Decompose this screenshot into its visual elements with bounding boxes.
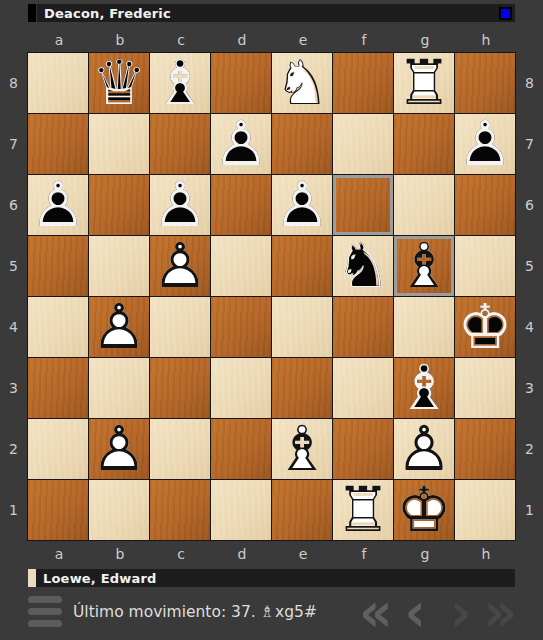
white-pawn-b2[interactable]: ♟♙ [89, 419, 149, 479]
square-c5[interactable]: ♟♙ [150, 236, 210, 296]
square-e1[interactable] [272, 480, 332, 540]
square-a4[interactable] [28, 297, 88, 357]
rank-label-7: 7 [516, 114, 543, 174]
white-pieces-indicator [28, 569, 36, 587]
square-h3[interactable] [455, 358, 515, 418]
file-label-a: a [29, 32, 89, 48]
file-label-g: g [395, 32, 455, 48]
hamburger-icon [28, 596, 62, 603]
square-f1[interactable]: ♜♖ [333, 480, 393, 540]
move-navigation: «‹›» [359, 590, 517, 634]
file-label-c: c [151, 32, 211, 48]
square-d1[interactable] [211, 480, 271, 540]
last-move-status: Último movimiento: 37.♗xg5# [73, 603, 317, 621]
file-labels-top: abcdefgh [29, 28, 516, 52]
square-c6[interactable]: ♟♙ [150, 175, 210, 235]
square-f8[interactable] [333, 53, 393, 113]
black-pieces-indicator [28, 4, 37, 22]
square-e8[interactable]: ♞♘ [272, 53, 332, 113]
square-c3[interactable] [150, 358, 210, 418]
last-move-suffix: xg5# [275, 603, 317, 621]
square-b6[interactable] [89, 175, 149, 235]
square-d5[interactable] [211, 236, 271, 296]
square-g3[interactable]: ♝♗ [394, 358, 454, 418]
square-g6[interactable] [394, 175, 454, 235]
square-f5[interactable]: ♞♘ [333, 236, 393, 296]
rank-label-3: 3 [516, 358, 543, 418]
square-e4[interactable] [272, 297, 332, 357]
square-g8[interactable]: ♜♖ [394, 53, 454, 113]
white-pawn-b4[interactable]: ♟♙ [89, 297, 149, 357]
square-a6[interactable]: ♟♙ [28, 175, 88, 235]
square-g1[interactable]: ♚♔ [394, 480, 454, 540]
chess-game-viewer: Deacon, Frederic abcdefgh 87654321 ♛♕♝♗♞… [0, 0, 543, 640]
chess-board: ♛♕♝♗♞♘♜♖♟♙♟♙♟♙♟♙♟♙♟♙♞♘♝♗♟♙♚♔♝♗♟♙♝♗♟♙♜♖♚♔ [27, 52, 516, 541]
black-pawn-d7[interactable]: ♟♙ [211, 114, 271, 174]
player-bar-bottom: Loewe, Edward [28, 569, 515, 587]
rank-label-6: 6 [516, 175, 543, 235]
square-b4[interactable]: ♟♙ [89, 297, 149, 357]
square-h4[interactable]: ♚♔ [455, 297, 515, 357]
next-move-button[interactable]: › [450, 588, 471, 634]
player-bar-top: Deacon, Frederic [28, 4, 515, 22]
file-label-e: e [273, 546, 333, 562]
previous-move-button[interactable]: ‹ [405, 588, 426, 634]
black-knight-f5[interactable]: ♞♘ [333, 236, 393, 296]
file-label-d: d [212, 32, 272, 48]
file-label-b: b [90, 546, 150, 562]
square-b7[interactable] [89, 114, 149, 174]
square-h8[interactable] [455, 53, 515, 113]
file-label-h: h [456, 546, 516, 562]
white-knight-e8[interactable]: ♞♘ [272, 53, 332, 113]
square-e6[interactable]: ♟♙ [272, 175, 332, 235]
rank-label-5: 5 [516, 236, 543, 296]
black-pawn-e6[interactable]: ♟♙ [272, 175, 332, 235]
white-bishop-icon: ♗ [260, 604, 274, 620]
square-c1[interactable] [150, 480, 210, 540]
rank-labels-right: 87654321 [516, 52, 543, 541]
file-label-g: g [395, 546, 455, 562]
file-label-h: h [456, 32, 516, 48]
black-pawn-a6[interactable]: ♟♙ [28, 175, 88, 235]
square-a2[interactable] [28, 419, 88, 479]
square-e3[interactable] [272, 358, 332, 418]
file-label-b: b [90, 32, 150, 48]
black-pawn-c6[interactable]: ♟♙ [150, 175, 210, 235]
blue-status-square-icon [499, 7, 512, 20]
square-d8[interactable] [211, 53, 271, 113]
square-e7[interactable] [272, 114, 332, 174]
square-a1[interactable] [28, 480, 88, 540]
rank-label-8: 8 [516, 53, 543, 113]
rank-label-4: 4 [516, 297, 543, 357]
square-h1[interactable] [455, 480, 515, 540]
square-f4[interactable] [333, 297, 393, 357]
square-d7[interactable]: ♟♙ [211, 114, 271, 174]
square-f6[interactable] [333, 175, 393, 235]
black-queen-b8[interactable]: ♛♕ [89, 53, 149, 113]
last-move-prefix: Último movimiento: 37. [73, 603, 256, 621]
square-c2[interactable] [150, 419, 210, 479]
square-g7[interactable] [394, 114, 454, 174]
white-king-g1[interactable]: ♚♔ [394, 480, 454, 540]
square-b3[interactable] [89, 358, 149, 418]
rank-label-2: 2 [516, 419, 543, 479]
square-c8[interactable]: ♝♗ [150, 53, 210, 113]
file-label-a: a [29, 546, 89, 562]
rank-label-5: 5 [0, 236, 27, 296]
square-h2[interactable] [455, 419, 515, 479]
square-h7[interactable]: ♟♙ [455, 114, 515, 174]
player-name-bottom: Loewe, Edward [43, 571, 157, 586]
square-c4[interactable] [150, 297, 210, 357]
square-a7[interactable] [28, 114, 88, 174]
square-a5[interactable] [28, 236, 88, 296]
rank-label-2: 2 [0, 419, 27, 479]
rank-label-8: 8 [0, 53, 27, 113]
rank-label-3: 3 [0, 358, 27, 418]
rank-label-6: 6 [0, 175, 27, 235]
square-g2[interactable]: ♟♙ [394, 419, 454, 479]
white-rook-g8[interactable]: ♜♖ [394, 53, 454, 113]
square-g5[interactable]: ♝♗ [394, 236, 454, 296]
rank-label-1: 1 [0, 480, 27, 540]
black-bishop-c8[interactable]: ♝♗ [150, 53, 210, 113]
square-e2[interactable]: ♝♗ [272, 419, 332, 479]
white-pawn-c5[interactable]: ♟♙ [150, 236, 210, 296]
black-king-h4[interactable]: ♚♔ [455, 297, 515, 357]
square-h6[interactable] [455, 175, 515, 235]
black-pawn-h7[interactable]: ♟♙ [455, 114, 515, 174]
square-f7[interactable] [333, 114, 393, 174]
rank-label-4: 4 [0, 297, 27, 357]
white-bishop-e2[interactable]: ♝♗ [272, 419, 332, 479]
white-pawn-g2[interactable]: ♟♙ [394, 419, 454, 479]
square-g4[interactable] [394, 297, 454, 357]
white-bishop-g5[interactable]: ♝♗ [394, 236, 454, 296]
file-label-c: c [151, 546, 211, 562]
square-b2[interactable]: ♟♙ [89, 419, 149, 479]
rank-label-7: 7 [0, 114, 27, 174]
square-h5[interactable] [455, 236, 515, 296]
square-d3[interactable] [211, 358, 271, 418]
menu-button[interactable] [28, 596, 62, 627]
file-label-f: f [334, 546, 394, 562]
black-bishop-g3[interactable]: ♝♗ [394, 358, 454, 418]
white-rook-f1[interactable]: ♜♖ [333, 480, 393, 540]
rank-label-1: 1 [516, 480, 543, 540]
square-f3[interactable] [333, 358, 393, 418]
square-b8[interactable]: ♛♕ [89, 53, 149, 113]
square-b1[interactable] [89, 480, 149, 540]
square-b5[interactable] [89, 236, 149, 296]
file-label-f: f [334, 32, 394, 48]
first-move-button[interactable]: « [359, 588, 393, 634]
file-labels-bottom: abcdefgh [29, 541, 516, 567]
square-a8[interactable] [28, 53, 88, 113]
square-d4[interactable] [211, 297, 271, 357]
square-a3[interactable] [28, 358, 88, 418]
file-label-e: e [273, 32, 333, 48]
rank-labels-left: 87654321 [0, 52, 27, 541]
square-e5[interactable] [272, 236, 332, 296]
board-area: 87654321 ♛♕♝♗♞♘♜♖♟♙♟♙♟♙♟♙♟♙♟♙♞♘♝♗♟♙♚♔♝♗♟… [0, 52, 543, 541]
last-move-button[interactable]: » [483, 588, 517, 634]
square-c7[interactable] [150, 114, 210, 174]
file-label-d: d [212, 546, 272, 562]
player-name-top: Deacon, Frederic [44, 6, 171, 21]
bottom-controls: Último movimiento: 37.♗xg5# «‹›» [0, 587, 543, 636]
square-f2[interactable] [333, 419, 393, 479]
square-d6[interactable] [211, 175, 271, 235]
square-d2[interactable] [211, 419, 271, 479]
